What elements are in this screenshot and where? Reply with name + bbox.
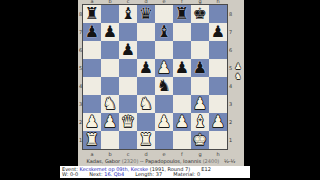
piece-black-rook[interactable]: ♜ <box>175 5 189 23</box>
square-g5[interactable]: ♟ <box>191 59 209 77</box>
material-panel: ♟ ♞ <box>232 62 244 82</box>
piece-black-pawn[interactable]: ♟ <box>85 23 99 41</box>
square-f6[interactable] <box>173 41 191 59</box>
square-f4[interactable] <box>173 77 191 95</box>
piece-white-rook[interactable]: ♜ <box>85 131 99 149</box>
piece-white-pawn[interactable]: ♟ <box>193 95 207 113</box>
square-b7[interactable]: ♟ <box>101 23 119 41</box>
piece-white-pawn[interactable]: ♟ <box>157 59 171 77</box>
piece-black-queen[interactable]: ♛ <box>139 5 153 23</box>
square-g4[interactable] <box>191 77 209 95</box>
square-h6[interactable] <box>209 41 227 59</box>
piece-white-knight[interactable]: ♞ <box>139 95 153 113</box>
square-b3[interactable]: ♞ <box>101 95 119 113</box>
square-c1[interactable] <box>119 131 137 149</box>
square-a4[interactable] <box>83 77 101 95</box>
square-e8[interactable] <box>155 5 173 23</box>
square-c4[interactable] <box>119 77 137 95</box>
square-d1[interactable]: ♜ <box>137 131 155 149</box>
piece-black-pawn[interactable]: ♟ <box>193 59 207 77</box>
square-f1[interactable] <box>173 131 191 149</box>
video-frame: abcdefgh 87654321 ♜♝♛♜♚♟♟♝♟♟♟♟♟♟♞♞♞♟♟♟♛♟… <box>0 0 320 180</box>
square-a7[interactable]: ♟ <box>83 23 101 41</box>
piece-white-pawn[interactable]: ♟ <box>175 113 189 131</box>
square-h8[interactable] <box>209 5 227 23</box>
square-a1[interactable]: ♜ <box>83 131 101 149</box>
square-g3[interactable]: ♟ <box>191 95 209 113</box>
square-d4[interactable] <box>137 77 155 95</box>
piece-white-pawn[interactable]: ♟ <box>157 113 171 131</box>
square-a8[interactable]: ♜ <box>83 5 101 23</box>
square-b4[interactable] <box>101 77 119 95</box>
game-result: ½-½ <box>224 158 236 164</box>
square-d3[interactable]: ♞ <box>137 95 155 113</box>
square-d6[interactable] <box>137 41 155 59</box>
piece-black-pawn[interactable]: ♟ <box>103 23 117 41</box>
castle-value: 0-0 <box>70 171 78 177</box>
coord-label-2: 2 <box>228 113 233 131</box>
piece-white-king[interactable]: ♚ <box>193 131 207 149</box>
square-f2[interactable]: ♟ <box>173 113 191 131</box>
square-h3[interactable] <box>209 95 227 113</box>
piece-white-rook[interactable]: ♜ <box>139 131 153 149</box>
piece-black-pawn[interactable]: ♟ <box>211 23 225 41</box>
square-c6[interactable]: ♟ <box>119 41 137 59</box>
square-a2[interactable]: ♟ <box>83 113 101 131</box>
piece-black-king[interactable]: ♚ <box>193 5 207 23</box>
coord-label-1: 1 <box>228 131 233 149</box>
square-e5[interactable]: ♟ <box>155 59 173 77</box>
board-chrome: abcdefgh 87654321 ♜♝♛♜♚♟♟♝♟♟♟♟♟♟♞♞♞♟♟♟♛♟… <box>78 0 244 166</box>
piece-white-queen[interactable]: ♛ <box>121 113 135 131</box>
square-e2[interactable]: ♟ <box>155 113 173 131</box>
square-d7[interactable] <box>137 23 155 41</box>
square-h4[interactable] <box>209 77 227 95</box>
square-b6[interactable] <box>101 41 119 59</box>
material-value: 0 <box>197 171 200 177</box>
piece-white-knight[interactable]: ♞ <box>103 95 117 113</box>
square-f3[interactable] <box>173 95 191 113</box>
square-a5[interactable] <box>83 59 101 77</box>
square-c3[interactable] <box>119 95 137 113</box>
square-c5[interactable] <box>119 59 137 77</box>
square-c8[interactable]: ♝ <box>119 5 137 23</box>
piece-black-knight[interactable]: ♞ <box>157 77 171 95</box>
status-line: W: 0-0 Next: 16. Qb4 Length: 37 Material… <box>60 172 250 177</box>
square-f8[interactable]: ♜ <box>173 5 191 23</box>
square-e4[interactable]: ♞ <box>155 77 173 95</box>
piece-white-pawn[interactable]: ♟ <box>211 113 225 131</box>
square-e6[interactable] <box>155 41 173 59</box>
square-h2[interactable]: ♟ <box>209 113 227 131</box>
coord-label-6: 6 <box>228 41 233 59</box>
length-label: Length: <box>135 171 154 177</box>
piece-black-pawn[interactable]: ♟ <box>175 59 189 77</box>
square-h5[interactable] <box>209 59 227 77</box>
square-e1[interactable] <box>155 131 173 149</box>
piece-white-pawn[interactable]: ♟ <box>85 113 99 131</box>
material-knight-icon: ♞ <box>232 72 244 82</box>
caption-panel: Event: Kecskemet op 09th, Kecske (1991, … <box>60 166 250 178</box>
square-b2[interactable]: ♟ <box>101 113 119 131</box>
piece-white-bishop[interactable]: ♝ <box>193 113 207 131</box>
square-g7[interactable] <box>191 23 209 41</box>
square-b8[interactable] <box>101 5 119 23</box>
square-b5[interactable] <box>101 59 119 77</box>
material-pawn-icon: ♟ <box>232 62 244 72</box>
players-separator: -- <box>140 158 144 164</box>
piece-white-pawn[interactable]: ♟ <box>103 113 117 131</box>
square-e7[interactable]: ♝ <box>155 23 173 41</box>
square-d5[interactable]: ♟ <box>137 59 155 77</box>
coord-label-8: 8 <box>228 5 233 23</box>
coord-label-3: 3 <box>228 95 233 113</box>
piece-black-pawn[interactable]: ♟ <box>121 41 135 59</box>
square-a3[interactable] <box>83 95 101 113</box>
coord-label-7: 7 <box>228 23 233 41</box>
square-c7[interactable] <box>119 23 137 41</box>
piece-black-rook[interactable]: ♜ <box>85 5 99 23</box>
square-c2[interactable]: ♛ <box>119 113 137 131</box>
piece-black-bishop[interactable]: ♝ <box>121 5 135 23</box>
square-g1[interactable]: ♚ <box>191 131 209 149</box>
piece-black-pawn[interactable]: ♟ <box>139 59 153 77</box>
black-player-rating: (2400) <box>203 158 220 164</box>
square-h1[interactable] <box>209 131 227 149</box>
square-b1[interactable] <box>101 131 119 149</box>
next-label: Next: <box>89 171 102 177</box>
players-line: Kadas, Gabor (2320) -- Papadopoulos, Ioa… <box>78 157 244 165</box>
square-g6[interactable] <box>191 41 209 59</box>
white-player-rating: (2320) <box>122 158 139 164</box>
length-value: 37 <box>156 171 162 177</box>
square-g8[interactable]: ♚ <box>191 5 209 23</box>
square-f7[interactable] <box>173 23 191 41</box>
castle-label: W: <box>62 171 68 177</box>
square-f5[interactable]: ♟ <box>173 59 191 77</box>
square-d8[interactable]: ♛ <box>137 5 155 23</box>
square-g2[interactable]: ♝ <box>191 113 209 131</box>
chess-board[interactable]: ♜♝♛♜♚♟♟♝♟♟♟♟♟♟♞♞♞♟♟♟♛♟♟♝♟♜♜♚ <box>82 4 228 150</box>
material-label: Material: <box>173 171 195 177</box>
white-player-name: Kadas, Gabor <box>87 158 121 164</box>
square-h7[interactable]: ♟ <box>209 23 227 41</box>
black-player-name: Papadopoulos, Ioannis <box>145 158 201 164</box>
next-move[interactable]: 16. Qb4 <box>104 171 124 177</box>
square-e3[interactable] <box>155 95 173 113</box>
square-d2[interactable] <box>137 113 155 131</box>
square-a6[interactable] <box>83 41 101 59</box>
eco-code: E12 <box>201 166 211 172</box>
piece-black-bishop[interactable]: ♝ <box>157 23 171 41</box>
